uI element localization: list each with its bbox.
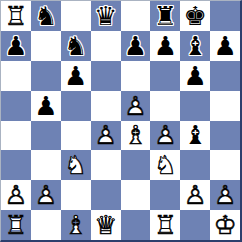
- square-h7[interactable]: ♟: [210, 31, 240, 61]
- piece-black-pawn: ♟: [210, 31, 240, 61]
- piece-black-pawn: ♟: [180, 61, 210, 91]
- square-d3[interactable]: [91, 150, 121, 180]
- square-a1[interactable]: ♜♖: [1, 210, 31, 240]
- square-d6[interactable]: [91, 61, 121, 91]
- square-b2[interactable]: ♟♙: [31, 180, 61, 210]
- piece-black-pawn: ♟: [121, 31, 151, 61]
- square-b1[interactable]: [31, 210, 61, 240]
- square-g5[interactable]: [180, 91, 210, 121]
- piece-black-knight: ♞: [31, 1, 61, 31]
- piece-black-knight: ♞: [61, 31, 91, 61]
- square-c4[interactable]: [61, 121, 91, 151]
- square-d7[interactable]: [91, 31, 121, 61]
- square-c1[interactable]: ♝♗: [61, 210, 91, 240]
- square-c7[interactable]: ♞: [61, 31, 91, 61]
- square-e3[interactable]: [121, 150, 151, 180]
- square-e5[interactable]: ♟♙: [121, 91, 151, 121]
- piece-white-pawn: ♟♙: [210, 180, 240, 210]
- piece-white-bishop: ♝♗: [61, 210, 91, 240]
- square-h2[interactable]: ♟♙: [210, 180, 240, 210]
- square-d2[interactable]: [91, 180, 121, 210]
- piece-black-pawn: ♟: [31, 91, 61, 121]
- square-f3[interactable]: ♞♘: [150, 150, 180, 180]
- square-h8[interactable]: [210, 1, 240, 31]
- square-g3[interactable]: [180, 150, 210, 180]
- square-c2[interactable]: [61, 180, 91, 210]
- piece-white-pawn: ♟♙: [150, 121, 180, 151]
- piece-black-pawn: ♟: [61, 61, 91, 91]
- piece-black-bishop: ♝: [180, 121, 210, 151]
- square-f2[interactable]: [150, 180, 180, 210]
- piece-black-queen: ♛: [91, 1, 121, 31]
- square-h1[interactable]: ♚♔: [210, 210, 240, 240]
- square-g4[interactable]: ♝: [180, 121, 210, 151]
- piece-white-knight: ♞♘: [150, 150, 180, 180]
- square-h4[interactable]: [210, 121, 240, 151]
- square-a4[interactable]: [1, 121, 31, 151]
- square-g1[interactable]: [180, 210, 210, 240]
- square-a7[interactable]: ♟: [1, 31, 31, 61]
- square-c5[interactable]: [61, 91, 91, 121]
- piece-white-pawn: ♟♙: [121, 91, 151, 121]
- square-f8[interactable]: ♜: [150, 1, 180, 31]
- piece-white-bishop: ♝♗: [121, 121, 151, 151]
- square-b7[interactable]: [31, 31, 61, 61]
- square-g6[interactable]: ♟: [180, 61, 210, 91]
- square-h3[interactable]: [210, 150, 240, 180]
- square-h5[interactable]: [210, 91, 240, 121]
- piece-white-pawn: ♟♙: [180, 180, 210, 210]
- square-a2[interactable]: ♟♙: [1, 180, 31, 210]
- square-a3[interactable]: [1, 150, 31, 180]
- square-e8[interactable]: [121, 1, 151, 31]
- square-a8[interactable]: ♜♖: [1, 1, 31, 31]
- piece-black-pawn: ♟: [1, 31, 31, 61]
- square-e6[interactable]: [121, 61, 151, 91]
- piece-black-pawn: ♟: [150, 31, 180, 61]
- square-e2[interactable]: [121, 180, 151, 210]
- square-g2[interactable]: ♟♙: [180, 180, 210, 210]
- piece-white-rook: ♜♖: [1, 1, 31, 31]
- square-g8[interactable]: ♚: [180, 1, 210, 31]
- piece-white-pawn: ♟♙: [91, 121, 121, 151]
- square-f4[interactable]: ♟♙: [150, 121, 180, 151]
- square-g7[interactable]: ♝: [180, 31, 210, 61]
- piece-white-pawn: ♟♙: [1, 180, 31, 210]
- square-e4[interactable]: ♝♗: [121, 121, 151, 151]
- square-d8[interactable]: ♛: [91, 1, 121, 31]
- square-e1[interactable]: [121, 210, 151, 240]
- square-b8[interactable]: ♞: [31, 1, 61, 31]
- square-b6[interactable]: [31, 61, 61, 91]
- piece-black-rook: ♜: [150, 1, 180, 31]
- square-f6[interactable]: [150, 61, 180, 91]
- piece-white-queen: ♛♕: [91, 210, 121, 240]
- square-b3[interactable]: [31, 150, 61, 180]
- square-c6[interactable]: ♟: [61, 61, 91, 91]
- piece-white-pawn: ♟♙: [31, 180, 61, 210]
- square-f1[interactable]: ♜♖: [150, 210, 180, 240]
- square-f7[interactable]: ♟: [150, 31, 180, 61]
- piece-white-king: ♚♔: [210, 210, 240, 240]
- square-b4[interactable]: [31, 121, 61, 151]
- piece-white-rook: ♜♖: [150, 210, 180, 240]
- square-a6[interactable]: [1, 61, 31, 91]
- piece-white-rook: ♜♖: [1, 210, 31, 240]
- square-a5[interactable]: [1, 91, 31, 121]
- square-f5[interactable]: [150, 91, 180, 121]
- square-d4[interactable]: ♟♙: [91, 121, 121, 151]
- square-b5[interactable]: ♟: [31, 91, 61, 121]
- square-e7[interactable]: ♟: [121, 31, 151, 61]
- piece-black-king: ♚: [180, 1, 210, 31]
- square-d1[interactable]: ♛♕: [91, 210, 121, 240]
- piece-black-bishop: ♝: [180, 31, 210, 61]
- piece-white-knight: ♞♘: [61, 150, 91, 180]
- chessboard: ♜♖♞♛♜♚♟♞♟♟♝♟♟♟♟♟♙♟♙♝♗♟♙♝♞♘♞♘♟♙♟♙♟♙♟♙♜♖♝♗…: [0, 0, 242, 242]
- square-h6[interactable]: [210, 61, 240, 91]
- square-c8[interactable]: [61, 1, 91, 31]
- square-c3[interactable]: ♞♘: [61, 150, 91, 180]
- square-d5[interactable]: [91, 91, 121, 121]
